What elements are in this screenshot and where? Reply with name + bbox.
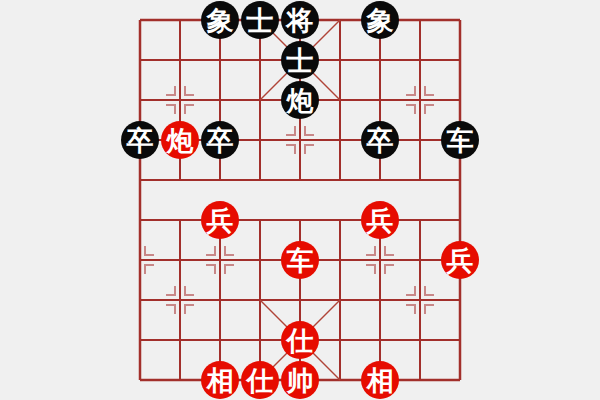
xiangqi-board[interactable]: 象士将象士炮卒炮卒卒车兵兵车兵仕相仕帅相 [120, 0, 480, 400]
piece-red-elephant[interactable]: 相 [201, 361, 239, 399]
piece-black-elephant[interactable]: 象 [201, 1, 239, 39]
piece-red-advisor[interactable]: 仕 [241, 361, 279, 399]
piece-red-elephant[interactable]: 相 [361, 361, 399, 399]
piece-red-pawn[interactable]: 兵 [201, 201, 239, 239]
piece-black-pawn[interactable]: 卒 [201, 121, 239, 159]
piece-red-king[interactable]: 帅 [281, 361, 319, 399]
piece-red-advisor[interactable]: 仕 [281, 321, 319, 359]
piece-black-general[interactable]: 将 [281, 1, 319, 39]
piece-red-cannon[interactable]: 炮 [161, 121, 199, 159]
piece-red-pawn[interactable]: 兵 [441, 241, 479, 279]
piece-red-chariot[interactable]: 车 [281, 241, 319, 279]
piece-black-cannon[interactable]: 炮 [281, 81, 319, 119]
piece-black-advisor[interactable]: 士 [241, 1, 279, 39]
piece-black-advisor[interactable]: 士 [281, 41, 319, 79]
piece-black-pawn[interactable]: 卒 [121, 121, 159, 159]
piece-black-pawn[interactable]: 卒 [361, 121, 399, 159]
piece-red-pawn[interactable]: 兵 [361, 201, 399, 239]
piece-black-elephant[interactable]: 象 [361, 1, 399, 39]
xiangqi-app-canvas: 象士将象士炮卒炮卒卒车兵兵车兵仕相仕帅相 [0, 0, 600, 400]
piece-black-chariot[interactable]: 车 [441, 121, 479, 159]
